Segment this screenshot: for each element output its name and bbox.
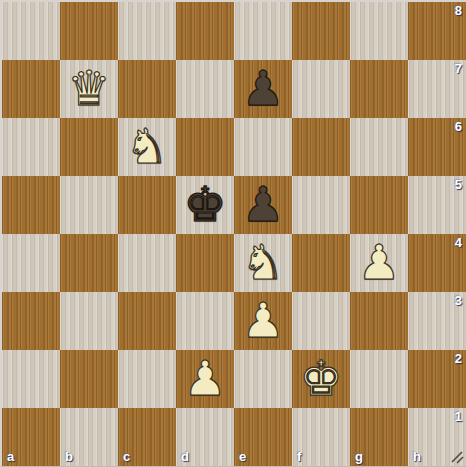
piece-white-pawn-d2[interactable]: ♟ [176, 350, 234, 408]
rank-label-3: 3 [455, 293, 462, 308]
piece-black-pawn-e7[interactable]: ♟ [234, 60, 292, 118]
square-g2[interactable] [350, 350, 408, 408]
rank-label-7: 7 [455, 61, 462, 76]
square-f1[interactable]: f [292, 408, 350, 466]
square-d8[interactable] [176, 2, 234, 60]
square-a7[interactable] [2, 60, 60, 118]
square-c7[interactable] [118, 60, 176, 118]
square-g4[interactable]: ♟ [350, 234, 408, 292]
square-a8[interactable] [2, 2, 60, 60]
square-c1[interactable]: c [118, 408, 176, 466]
piece-black-pawn-e5[interactable]: ♟ [234, 176, 292, 234]
rank-label-1: 1 [455, 409, 462, 424]
piece-white-queen-b7[interactable]: ♛ [60, 60, 118, 118]
square-h5[interactable]: 5 [408, 176, 466, 234]
piece-white-king-f2[interactable]: ♚ [292, 350, 350, 408]
square-c2[interactable] [118, 350, 176, 408]
square-g1[interactable]: g [350, 408, 408, 466]
square-a3[interactable] [2, 292, 60, 350]
square-a2[interactable] [2, 350, 60, 408]
square-e4[interactable]: ♞ [234, 234, 292, 292]
square-c8[interactable] [118, 2, 176, 60]
piece-white-pawn-g4[interactable]: ♟ [350, 234, 408, 292]
piece-black-king-d5[interactable]: ♚ [176, 176, 234, 234]
chess-board: 8♛♟7♞6♚♟5♞♟4♟3♟♚2abcdefgh1 [2, 2, 466, 466]
square-f4[interactable] [292, 234, 350, 292]
square-b8[interactable] [60, 2, 118, 60]
square-c5[interactable] [118, 176, 176, 234]
square-b4[interactable] [60, 234, 118, 292]
piece-white-knight-e4[interactable]: ♞ [234, 234, 292, 292]
square-b2[interactable] [60, 350, 118, 408]
square-d7[interactable] [176, 60, 234, 118]
square-f2[interactable]: ♚ [292, 350, 350, 408]
square-c6[interactable]: ♞ [118, 118, 176, 176]
square-a1[interactable]: a [2, 408, 60, 466]
square-d3[interactable] [176, 292, 234, 350]
square-e8[interactable] [234, 2, 292, 60]
rank-label-4: 4 [455, 235, 462, 250]
file-label-a: a [7, 449, 14, 464]
file-label-b: b [65, 449, 73, 464]
square-c4[interactable] [118, 234, 176, 292]
square-f7[interactable] [292, 60, 350, 118]
square-h2[interactable]: 2 [408, 350, 466, 408]
square-e3[interactable]: ♟ [234, 292, 292, 350]
square-a4[interactable] [2, 234, 60, 292]
square-e5[interactable]: ♟ [234, 176, 292, 234]
rank-label-2: 2 [455, 351, 462, 366]
square-e7[interactable]: ♟ [234, 60, 292, 118]
file-label-e: e [239, 449, 246, 464]
square-d4[interactable] [176, 234, 234, 292]
square-b5[interactable] [60, 176, 118, 234]
square-b7[interactable]: ♛ [60, 60, 118, 118]
square-h8[interactable]: 8 [408, 2, 466, 60]
resize-handle-icon[interactable] [449, 449, 465, 465]
square-b3[interactable] [60, 292, 118, 350]
file-label-d: d [181, 449, 189, 464]
square-e2[interactable] [234, 350, 292, 408]
square-h7[interactable]: 7 [408, 60, 466, 118]
square-f6[interactable] [292, 118, 350, 176]
file-label-c: c [123, 449, 130, 464]
square-b1[interactable]: b [60, 408, 118, 466]
rank-label-6: 6 [455, 119, 462, 134]
square-f5[interactable] [292, 176, 350, 234]
square-c3[interactable] [118, 292, 176, 350]
square-f3[interactable] [292, 292, 350, 350]
square-f8[interactable] [292, 2, 350, 60]
square-d6[interactable] [176, 118, 234, 176]
square-g5[interactable] [350, 176, 408, 234]
square-g7[interactable] [350, 60, 408, 118]
square-e6[interactable] [234, 118, 292, 176]
square-a5[interactable] [2, 176, 60, 234]
square-g8[interactable] [350, 2, 408, 60]
square-d1[interactable]: d [176, 408, 234, 466]
chess-board-frame: 8♛♟7♞6♚♟5♞♟4♟3♟♚2abcdefgh1 [0, 0, 466, 467]
square-e1[interactable]: e [234, 408, 292, 466]
rank-label-5: 5 [455, 177, 462, 192]
square-g6[interactable] [350, 118, 408, 176]
rank-label-8: 8 [455, 3, 462, 18]
piece-white-pawn-e3[interactable]: ♟ [234, 292, 292, 350]
file-label-f: f [297, 449, 301, 464]
square-g3[interactable] [350, 292, 408, 350]
square-a6[interactable] [2, 118, 60, 176]
square-b6[interactable] [60, 118, 118, 176]
square-h6[interactable]: 6 [408, 118, 466, 176]
square-d2[interactable]: ♟ [176, 350, 234, 408]
square-h4[interactable]: 4 [408, 234, 466, 292]
square-h3[interactable]: 3 [408, 292, 466, 350]
file-label-h: h [413, 449, 421, 464]
square-d5[interactable]: ♚ [176, 176, 234, 234]
file-label-g: g [355, 449, 363, 464]
piece-white-knight-c6[interactable]: ♞ [118, 118, 176, 176]
